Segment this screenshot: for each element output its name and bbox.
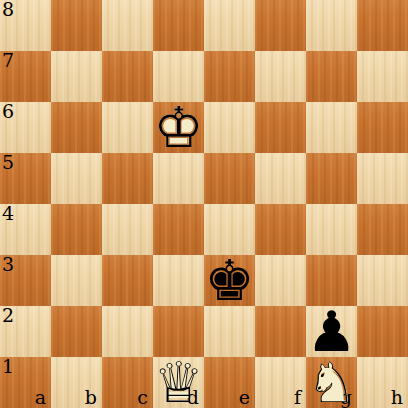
square-h7[interactable] (357, 51, 408, 102)
square-b1[interactable]: b (51, 357, 102, 408)
rank-label-5: 5 (2, 153, 14, 172)
square-g1[interactable]: g♞♘ (306, 357, 357, 408)
square-b4[interactable] (51, 204, 102, 255)
square-e7[interactable] (204, 51, 255, 102)
square-a6[interactable]: 6 (0, 102, 51, 153)
square-g6[interactable] (306, 102, 357, 153)
white-knight-icon: ♘ (306, 357, 357, 408)
square-c1[interactable]: c (102, 357, 153, 408)
square-b2[interactable] (51, 306, 102, 357)
square-h2[interactable] (357, 306, 408, 357)
square-a4[interactable]: 4 (0, 204, 51, 255)
file-label-e: e (239, 388, 250, 407)
square-b8[interactable] (51, 0, 102, 51)
rank-label-2: 2 (2, 306, 14, 325)
square-b6[interactable] (51, 102, 102, 153)
square-c4[interactable] (102, 204, 153, 255)
square-d5[interactable] (153, 153, 204, 204)
square-e6[interactable] (204, 102, 255, 153)
square-f1[interactable]: f (255, 357, 306, 408)
square-c5[interactable] (102, 153, 153, 204)
square-g5[interactable] (306, 153, 357, 204)
square-h4[interactable] (357, 204, 408, 255)
square-f4[interactable] (255, 204, 306, 255)
square-b7[interactable] (51, 51, 102, 102)
square-e5[interactable] (204, 153, 255, 204)
rank-label-7: 7 (2, 51, 14, 70)
square-e3[interactable]: ♚ (204, 255, 255, 306)
file-label-h: h (391, 388, 403, 407)
square-b5[interactable] (51, 153, 102, 204)
square-h6[interactable] (357, 102, 408, 153)
square-c3[interactable] (102, 255, 153, 306)
white-king[interactable]: ♚♔ (153, 102, 204, 153)
black-king-icon: ♚ (204, 255, 255, 306)
square-c2[interactable] (102, 306, 153, 357)
square-a3[interactable]: 3 (0, 255, 51, 306)
file-label-b: b (85, 388, 97, 407)
square-h5[interactable] (357, 153, 408, 204)
file-label-f: f (294, 388, 301, 407)
rank-label-6: 6 (2, 102, 14, 121)
square-a7[interactable]: 7 (0, 51, 51, 102)
rank-label-1: 1 (2, 357, 14, 376)
square-a2[interactable]: 2 (0, 306, 51, 357)
square-f5[interactable] (255, 153, 306, 204)
rank-label-3: 3 (2, 255, 14, 274)
chess-board: 876♚♔543♚2♟1abcd♛♕efg♞♘h (0, 0, 408, 408)
file-label-a: a (35, 388, 46, 407)
square-d3[interactable] (153, 255, 204, 306)
square-h8[interactable] (357, 0, 408, 51)
square-e2[interactable] (204, 306, 255, 357)
square-e8[interactable] (204, 0, 255, 51)
square-b3[interactable] (51, 255, 102, 306)
square-a1[interactable]: 1a (0, 357, 51, 408)
square-f8[interactable] (255, 0, 306, 51)
square-d4[interactable] (153, 204, 204, 255)
square-a8[interactable]: 8 (0, 0, 51, 51)
square-f6[interactable] (255, 102, 306, 153)
rank-label-8: 8 (2, 0, 14, 19)
white-knight[interactable]: ♞♘ (306, 357, 357, 408)
square-h1[interactable]: h (357, 357, 408, 408)
square-g7[interactable] (306, 51, 357, 102)
square-a5[interactable]: 5 (0, 153, 51, 204)
white-queen[interactable]: ♛♕ (153, 357, 204, 408)
square-c7[interactable] (102, 51, 153, 102)
square-c6[interactable] (102, 102, 153, 153)
square-h3[interactable] (357, 255, 408, 306)
square-f2[interactable] (255, 306, 306, 357)
white-king-icon: ♔ (153, 102, 204, 153)
square-g8[interactable] (306, 0, 357, 51)
square-g4[interactable] (306, 204, 357, 255)
white-queen-icon: ♕ (153, 357, 204, 408)
square-e1[interactable]: e (204, 357, 255, 408)
square-f3[interactable] (255, 255, 306, 306)
square-c8[interactable] (102, 0, 153, 51)
black-king[interactable]: ♚ (204, 255, 255, 306)
file-label-c: c (137, 388, 148, 407)
rank-label-4: 4 (2, 204, 14, 223)
square-d8[interactable] (153, 0, 204, 51)
square-d1[interactable]: d♛♕ (153, 357, 204, 408)
square-f7[interactable] (255, 51, 306, 102)
square-d6[interactable]: ♚♔ (153, 102, 204, 153)
